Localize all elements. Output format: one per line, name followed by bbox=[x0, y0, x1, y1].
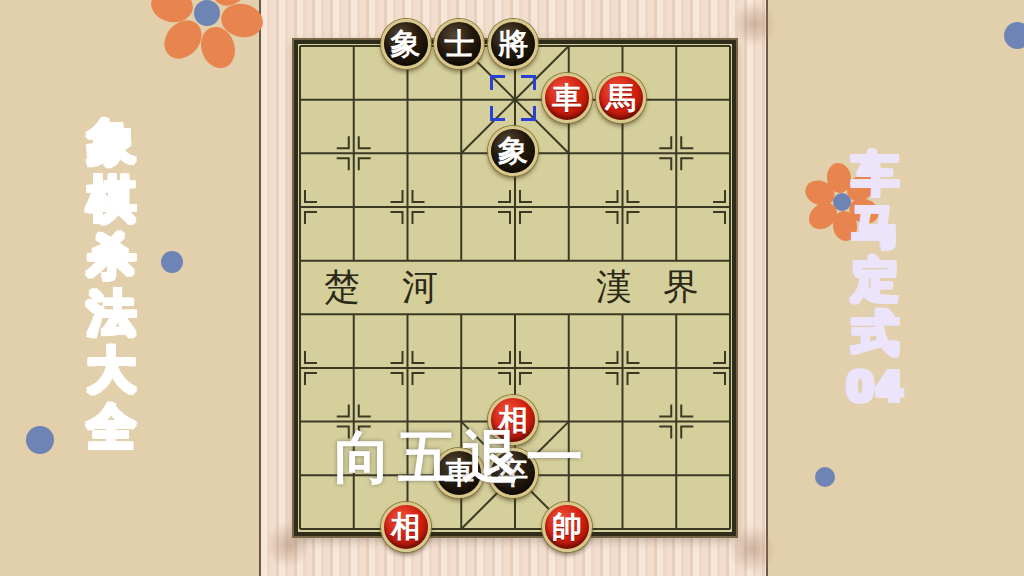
banner-char: 大 bbox=[87, 346, 136, 395]
move-caption: 向五退一 bbox=[334, 420, 590, 497]
banner-char: 车 bbox=[852, 150, 899, 197]
title-right-banner: 车马定式04 bbox=[846, 150, 905, 408]
banner-char: 04 bbox=[846, 367, 905, 408]
piece-red-horse[interactable]: 馬 bbox=[596, 73, 646, 123]
banner-char: 马 bbox=[852, 203, 899, 250]
banner-char: 棋 bbox=[87, 175, 136, 224]
dot-decoration bbox=[1004, 22, 1024, 49]
river-text: 界 bbox=[663, 266, 699, 307]
piece-black-elephant[interactable]: 象 bbox=[381, 19, 431, 69]
dot-decoration bbox=[161, 251, 183, 273]
piece-red-chariot[interactable]: 車 bbox=[542, 73, 592, 123]
piece-red-elephant[interactable]: 相 bbox=[381, 502, 431, 552]
river-text: 河 bbox=[402, 266, 438, 307]
banner-char: 法 bbox=[87, 289, 136, 338]
banner-char: 象 bbox=[87, 118, 136, 167]
leaf-ornament bbox=[731, 522, 773, 576]
piece-red-general[interactable]: 帥 bbox=[542, 502, 592, 552]
piece-black-advisor[interactable]: 士 bbox=[434, 19, 484, 69]
banner-char: 全 bbox=[87, 403, 136, 452]
piece-black-elephant[interactable]: 象 bbox=[488, 126, 538, 176]
banner-char: 定 bbox=[852, 256, 899, 303]
banner-char: 式 bbox=[852, 309, 899, 356]
river-text: 楚 bbox=[324, 266, 360, 307]
title-left-banner: 象棋杀法大全 bbox=[87, 118, 136, 452]
piece-black-general[interactable]: 將 bbox=[488, 19, 538, 69]
video-frame: { "game": "xiangqi", "position": { "fen"… bbox=[0, 0, 1024, 576]
dot-decoration bbox=[26, 426, 54, 454]
banner-char: 杀 bbox=[87, 232, 136, 281]
dot-decoration bbox=[815, 467, 835, 487]
leaf-ornament bbox=[733, 0, 775, 48]
river-text: 漢 bbox=[596, 266, 632, 307]
